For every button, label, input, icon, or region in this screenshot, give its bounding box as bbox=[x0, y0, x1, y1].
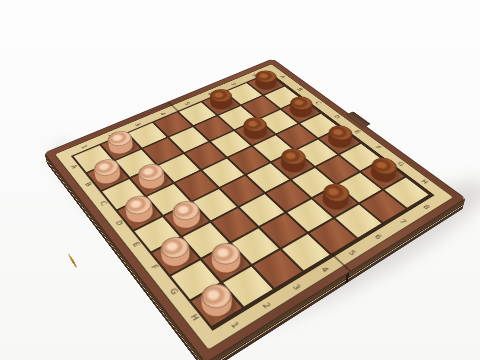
checkers-board: 11AA22BB33CC44DD55EE66FF77GG88HH bbox=[43, 59, 466, 360]
photo-scene: 11AA22BB33CC44DD55EE66FF77GG88HH bbox=[0, 0, 480, 360]
brass-clasp-icon bbox=[67, 251, 77, 270]
